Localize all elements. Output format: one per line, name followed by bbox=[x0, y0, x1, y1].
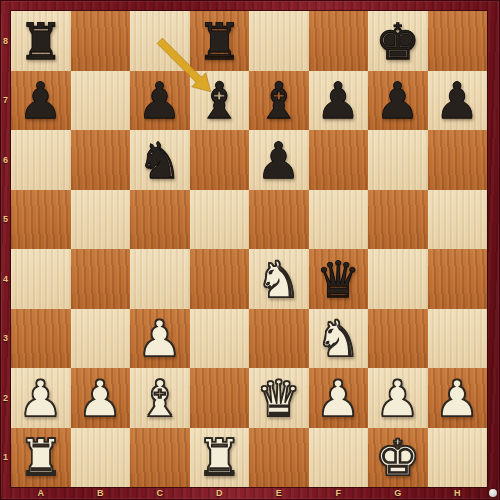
rank-label-6: 6 bbox=[0, 130, 11, 190]
chess-diagram: ♜♜♚♟♟♝♝♟♟♟♞♟♞♛♟♞♟♟♝♛♟♟♟♜♜♚ 87654321ABCDE… bbox=[0, 0, 500, 500]
square-h1[interactable] bbox=[428, 428, 488, 488]
file-label-f: F bbox=[309, 486, 369, 500]
square-h2[interactable]: ♟ bbox=[428, 368, 488, 428]
square-h7[interactable]: ♟ bbox=[428, 71, 488, 131]
square-e2[interactable]: ♛ bbox=[249, 368, 309, 428]
piece-black-rook[interactable]: ♜ bbox=[11, 11, 71, 71]
piece-white-pawn[interactable]: ♟ bbox=[71, 368, 131, 428]
rank-label-1: 1 bbox=[0, 428, 11, 488]
square-h3[interactable] bbox=[428, 309, 488, 369]
piece-black-pawn[interactable]: ♟ bbox=[428, 71, 488, 131]
square-f3[interactable]: ♞ bbox=[309, 309, 369, 369]
piece-black-pawn[interactable]: ♟ bbox=[309, 71, 369, 131]
piece-black-pawn[interactable]: ♟ bbox=[249, 130, 309, 190]
square-d3[interactable] bbox=[190, 309, 250, 369]
piece-white-pawn[interactable]: ♟ bbox=[428, 368, 488, 428]
chess-board: ♜♜♚♟♟♝♝♟♟♟♞♟♞♛♟♞♟♟♝♛♟♟♟♜♜♚ bbox=[11, 11, 487, 487]
file-label-c: C bbox=[130, 486, 190, 500]
rank-label-2: 2 bbox=[0, 368, 11, 428]
square-a6[interactable] bbox=[11, 130, 71, 190]
piece-black-knight[interactable]: ♞ bbox=[130, 130, 190, 190]
square-g7[interactable]: ♟ bbox=[368, 71, 428, 131]
piece-black-queen[interactable]: ♛ bbox=[309, 249, 369, 309]
square-a8[interactable]: ♜ bbox=[11, 11, 71, 71]
piece-white-rook[interactable]: ♜ bbox=[11, 428, 71, 488]
square-e5[interactable] bbox=[249, 190, 309, 250]
piece-white-pawn[interactable]: ♟ bbox=[309, 368, 369, 428]
piece-white-pawn[interactable]: ♟ bbox=[368, 368, 428, 428]
square-f1[interactable] bbox=[309, 428, 369, 488]
piece-black-pawn[interactable]: ♟ bbox=[130, 71, 190, 131]
square-g2[interactable]: ♟ bbox=[368, 368, 428, 428]
rank-label-3: 3 bbox=[0, 309, 11, 369]
rank-label-7: 7 bbox=[0, 71, 11, 131]
square-c3[interactable]: ♟ bbox=[130, 309, 190, 369]
piece-white-king[interactable]: ♚ bbox=[368, 428, 428, 488]
square-c1[interactable] bbox=[130, 428, 190, 488]
rank-label-8: 8 bbox=[0, 11, 11, 71]
file-label-h: H bbox=[428, 486, 488, 500]
square-f8[interactable] bbox=[309, 11, 369, 71]
square-g6[interactable] bbox=[368, 130, 428, 190]
square-d5[interactable] bbox=[190, 190, 250, 250]
piece-black-king[interactable]: ♚ bbox=[368, 11, 428, 71]
square-a2[interactable]: ♟ bbox=[11, 368, 71, 428]
square-d7[interactable]: ♝ bbox=[190, 71, 250, 131]
square-b6[interactable] bbox=[71, 130, 131, 190]
square-e3[interactable] bbox=[249, 309, 309, 369]
square-b1[interactable] bbox=[71, 428, 131, 488]
square-h8[interactable] bbox=[428, 11, 488, 71]
square-c5[interactable] bbox=[130, 190, 190, 250]
square-g3[interactable] bbox=[368, 309, 428, 369]
piece-white-pawn[interactable]: ♟ bbox=[11, 368, 71, 428]
file-label-b: B bbox=[71, 486, 131, 500]
file-label-d: D bbox=[190, 486, 250, 500]
square-c6[interactable]: ♞ bbox=[130, 130, 190, 190]
square-c7[interactable]: ♟ bbox=[130, 71, 190, 131]
square-d2[interactable] bbox=[190, 368, 250, 428]
square-a7[interactable]: ♟ bbox=[11, 71, 71, 131]
piece-black-pawn[interactable]: ♟ bbox=[368, 71, 428, 131]
piece-white-knight[interactable]: ♞ bbox=[249, 249, 309, 309]
square-d6[interactable] bbox=[190, 130, 250, 190]
square-h6[interactable] bbox=[428, 130, 488, 190]
square-b7[interactable] bbox=[71, 71, 131, 131]
file-label-e: E bbox=[249, 486, 309, 500]
square-e6[interactable]: ♟ bbox=[249, 130, 309, 190]
square-g4[interactable] bbox=[368, 249, 428, 309]
square-f5[interactable] bbox=[309, 190, 369, 250]
square-e1[interactable] bbox=[249, 428, 309, 488]
square-f4[interactable]: ♛ bbox=[309, 249, 369, 309]
square-g1[interactable]: ♚ bbox=[368, 428, 428, 488]
square-d1[interactable]: ♜ bbox=[190, 428, 250, 488]
square-b5[interactable] bbox=[71, 190, 131, 250]
square-c2[interactable]: ♝ bbox=[130, 368, 190, 428]
rank-label-5: 5 bbox=[0, 190, 11, 250]
piece-white-pawn[interactable]: ♟ bbox=[130, 309, 190, 369]
square-c4[interactable] bbox=[130, 249, 190, 309]
square-h4[interactable] bbox=[428, 249, 488, 309]
piece-black-pawn[interactable]: ♟ bbox=[11, 71, 71, 131]
piece-white-rook[interactable]: ♜ bbox=[190, 428, 250, 488]
square-g5[interactable] bbox=[368, 190, 428, 250]
square-f7[interactable]: ♟ bbox=[309, 71, 369, 131]
square-e4[interactable]: ♞ bbox=[249, 249, 309, 309]
piece-white-bishop[interactable]: ♝ bbox=[130, 368, 190, 428]
rank-label-4: 4 bbox=[0, 249, 11, 309]
square-e7[interactable]: ♝ bbox=[249, 71, 309, 131]
square-b8[interactable] bbox=[71, 11, 131, 71]
square-b2[interactable]: ♟ bbox=[71, 368, 131, 428]
square-f2[interactable]: ♟ bbox=[309, 368, 369, 428]
square-b3[interactable] bbox=[71, 309, 131, 369]
square-a1[interactable]: ♜ bbox=[11, 428, 71, 488]
file-label-g: G bbox=[368, 486, 428, 500]
corner-dot bbox=[489, 489, 497, 497]
square-a4[interactable] bbox=[11, 249, 71, 309]
piece-black-rook[interactable]: ♜ bbox=[190, 11, 250, 71]
square-c8[interactable] bbox=[130, 11, 190, 71]
square-g8[interactable]: ♚ bbox=[368, 11, 428, 71]
square-a3[interactable] bbox=[11, 309, 71, 369]
piece-black-bishop[interactable]: ♝ bbox=[249, 71, 309, 131]
square-d4[interactable] bbox=[190, 249, 250, 309]
square-h5[interactable] bbox=[428, 190, 488, 250]
square-e8[interactable] bbox=[249, 11, 309, 71]
square-a5[interactable] bbox=[11, 190, 71, 250]
file-label-a: A bbox=[11, 486, 71, 500]
square-d8[interactable]: ♜ bbox=[190, 11, 250, 71]
square-b4[interactable] bbox=[71, 249, 131, 309]
piece-white-knight[interactable]: ♞ bbox=[309, 309, 369, 369]
piece-white-queen[interactable]: ♛ bbox=[249, 368, 309, 428]
square-f6[interactable] bbox=[309, 130, 369, 190]
piece-black-bishop[interactable]: ♝ bbox=[190, 71, 250, 131]
